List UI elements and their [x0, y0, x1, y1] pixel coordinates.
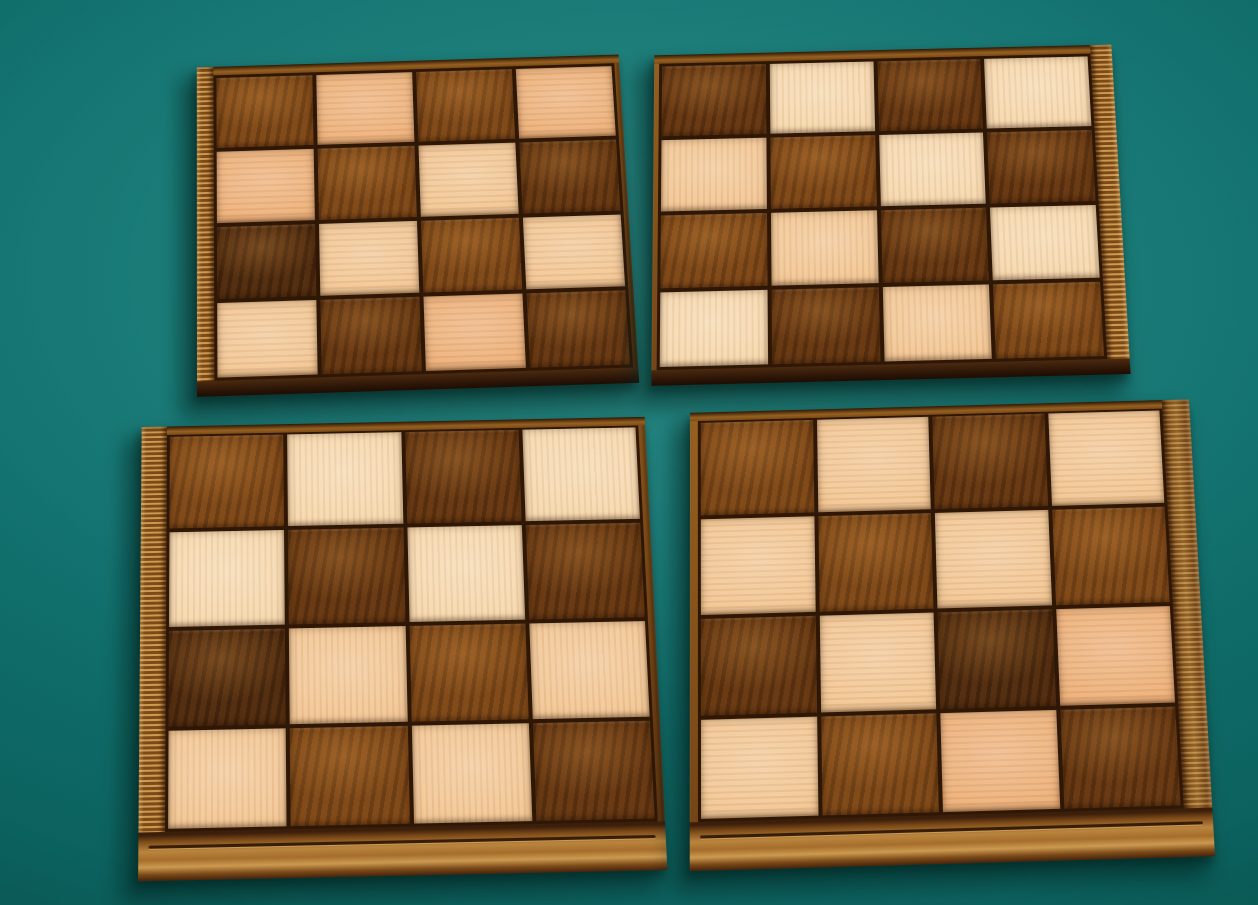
- square-r4c2-dark: [821, 713, 939, 815]
- board-left-endgrain-edge: [197, 67, 215, 397]
- square-r4c1-light: [660, 290, 768, 367]
- square-r1c2-light: [316, 72, 414, 144]
- square-r1c1-dark: [662, 64, 767, 136]
- square-r2c4-dark: [526, 523, 645, 619]
- square-r3c1-dark: [169, 628, 286, 726]
- board-front-molding: [138, 821, 667, 881]
- square-r1c4-light: [984, 56, 1091, 128]
- square-r2c4-dark: [519, 139, 620, 213]
- square-r4c3-light: [882, 284, 992, 361]
- square-r2c1-light: [661, 138, 767, 212]
- square-r1c2-light: [817, 417, 931, 513]
- square-r2c4-dark: [1052, 507, 1170, 605]
- square-r4c4-dark: [526, 291, 629, 368]
- square-r1c4-light: [516, 66, 616, 138]
- square-r4c2-dark: [320, 297, 421, 374]
- square-r1c3-dark: [416, 69, 515, 141]
- board-left-endgrain-edge: [138, 426, 167, 881]
- square-r3c2-light: [819, 612, 936, 712]
- square-r3c3-dark: [409, 623, 528, 721]
- coaster-board-bottom-right: [690, 399, 1215, 871]
- square-r1c3-dark: [932, 414, 1047, 510]
- square-r4c3-light: [423, 294, 525, 371]
- pool-table-felt: [0, 0, 1258, 905]
- square-r2c2-dark: [818, 513, 934, 611]
- square-r1c3-dark: [405, 430, 522, 524]
- square-r3c3-dark: [938, 609, 1056, 709]
- square-r1c1-dark: [169, 435, 284, 529]
- square-r3c4-light: [523, 214, 625, 290]
- square-r2c1-light: [701, 517, 815, 615]
- square-r2c3-light: [407, 525, 525, 621]
- square-r4c2-dark: [290, 726, 409, 827]
- square-r4c1-light: [701, 716, 818, 819]
- square-r1c4-light: [1048, 411, 1165, 507]
- square-r3c2-light: [319, 220, 419, 296]
- square-r4c3-light: [411, 723, 532, 824]
- square-r3c2-light: [771, 210, 878, 285]
- square-r3c1-dark: [701, 615, 817, 715]
- square-r2c2-dark: [770, 135, 876, 209]
- square-r2c2-dark: [288, 528, 405, 624]
- square-r2c3-light: [418, 142, 518, 216]
- square-r2c1-light: [217, 149, 315, 223]
- square-r3c2-light: [289, 626, 407, 724]
- square-r1c2-light: [770, 61, 875, 133]
- square-r4c1-light: [217, 300, 317, 377]
- coaster-board-bottom-left: [138, 417, 667, 881]
- checker-grid-4x4: [213, 63, 633, 381]
- checker-grid-4x4: [165, 424, 658, 831]
- square-r2c3-light: [935, 510, 1052, 608]
- square-r1c2-light: [287, 432, 403, 526]
- checker-grid-4x4: [657, 54, 1108, 371]
- square-r1c3-dark: [877, 59, 983, 131]
- square-r3c3-dark: [880, 208, 989, 283]
- square-r2c4-dark: [987, 130, 1095, 204]
- square-r1c4-light: [522, 427, 640, 521]
- square-r4c4-dark: [993, 282, 1104, 359]
- square-r3c4-light: [990, 205, 1100, 280]
- square-r1c1-dark: [216, 75, 313, 148]
- coaster-board-top-left: [197, 55, 639, 397]
- square-r4c4-dark: [533, 720, 655, 821]
- checker-grid-4x4: [698, 408, 1184, 822]
- square-r1c1-dark: [701, 420, 814, 516]
- square-r2c1-light: [169, 530, 285, 626]
- square-r4c1-light: [168, 728, 287, 829]
- square-r4c3-light: [940, 710, 1059, 812]
- square-r3c4-light: [529, 621, 650, 719]
- square-r3c3-dark: [421, 217, 522, 293]
- square-r3c1-dark: [217, 224, 316, 300]
- square-r2c2-dark: [318, 145, 417, 219]
- square-r3c4-light: [1056, 606, 1175, 706]
- coaster-board-top-right: [651, 45, 1130, 386]
- square-r2c3-light: [879, 132, 986, 206]
- square-r3c1-dark: [660, 213, 767, 288]
- square-r4c4-dark: [1060, 706, 1181, 808]
- square-r4c2-dark: [771, 287, 880, 364]
